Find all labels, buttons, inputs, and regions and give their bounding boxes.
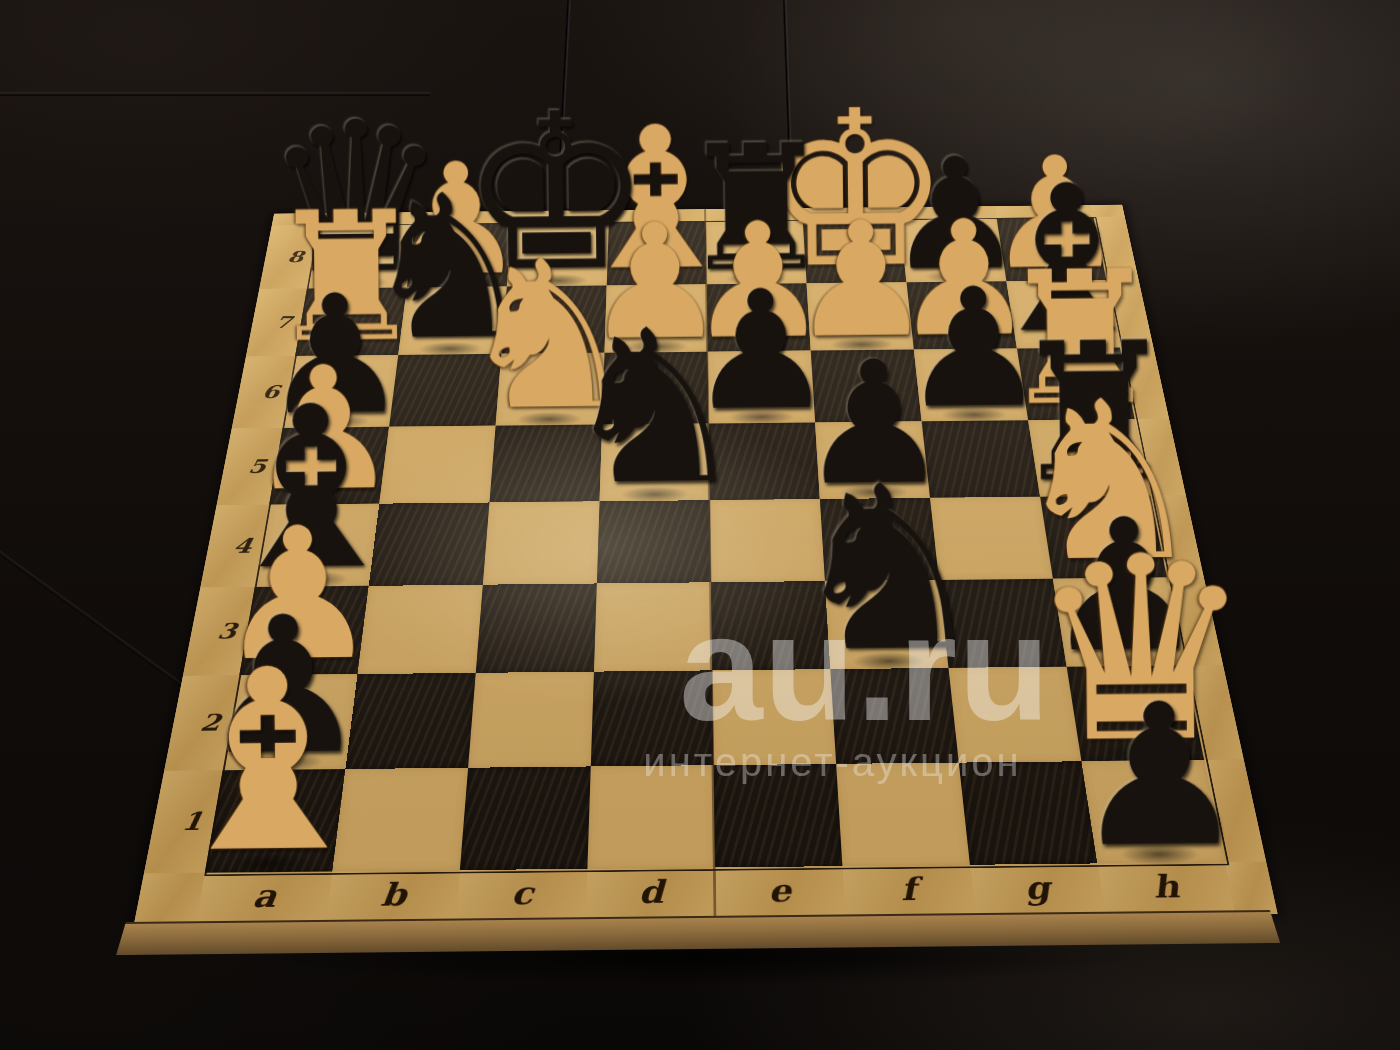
square-f2[interactable]	[830, 668, 958, 764]
file-label-e: e	[715, 866, 846, 920]
square-c4[interactable]	[483, 501, 600, 584]
square-d1[interactable]	[587, 765, 715, 869]
black-knight-f3[interactable]: ♞	[785, 472, 991, 667]
file-label-text: b	[379, 876, 408, 913]
square-d2[interactable]	[591, 670, 714, 766]
square-f1[interactable]	[836, 763, 970, 866]
square-a1[interactable]: ♝	[205, 769, 346, 873]
file-label-text: a	[251, 877, 280, 914]
file-label-text: d	[638, 873, 663, 910]
board-perspective-scene: 8♛♟♚♝♜♚♟♟7♜♞♟♟♟♟♝6♟♞♟♟♜5♟♞♟♜4♝♞3♟♞♟2♟♛1♝…	[122, 0, 1277, 926]
file-label-text: g	[1022, 869, 1052, 906]
file-label-text: f	[899, 870, 917, 907]
file-label-d: d	[586, 867, 716, 921]
auction-photo-scene: 8♛♟♚♝♜♚♟♟7♜♞♟♟♟♟♝6♟♞♟♟♜5♟♞♟♜4♝♞3♟♞♟2♟♛1♝…	[0, 0, 1400, 1050]
chess-board: 8♛♟♚♝♜♚♟♟7♜♞♟♟♟♟♝6♟♞♟♟♜5♟♞♟♜4♝♞3♟♞♟2♟♛1♝…	[134, 205, 1278, 926]
square-d5[interactable]: ♞	[600, 423, 710, 501]
square-f3[interactable]: ♞	[825, 580, 949, 669]
file-label-text: h	[1149, 868, 1181, 905]
file-label-text: c	[510, 874, 534, 911]
square-d3[interactable]	[594, 582, 712, 671]
file-label-c: c	[456, 869, 588, 923]
board-border-corner	[134, 873, 205, 926]
white-bishop-a1[interactable]: ♝	[155, 655, 381, 870]
square-e2[interactable]	[712, 669, 836, 765]
file-label-f: f	[842, 865, 975, 919]
black-pawn-h1[interactable]: ♟	[1071, 692, 1248, 860]
file-label-text: e	[768, 872, 792, 909]
square-h1[interactable]: ♟	[1081, 760, 1224, 863]
file-label-b: b	[326, 870, 460, 924]
square-c1[interactable]	[460, 766, 591, 870]
file-label-g: g	[970, 863, 1106, 917]
square-c2[interactable]	[468, 672, 594, 768]
square-e1[interactable]	[713, 764, 842, 868]
file-label-h: h	[1097, 862, 1235, 916]
black-knight-d5[interactable]: ♞	[558, 317, 750, 499]
square-d4[interactable]	[597, 500, 711, 583]
square-c3[interactable]	[476, 583, 597, 672]
